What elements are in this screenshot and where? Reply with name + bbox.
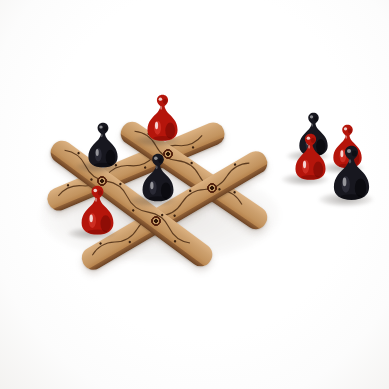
pawn-red[interactable] — [293, 133, 328, 181]
product-photo-stage — [0, 0, 389, 389]
pawn-black[interactable] — [331, 145, 372, 201]
pawn-black[interactable] — [140, 153, 176, 202]
pawn-red[interactable] — [79, 185, 116, 235]
pawn-red[interactable] — [145, 94, 180, 142]
pawn-black[interactable] — [86, 122, 120, 168]
